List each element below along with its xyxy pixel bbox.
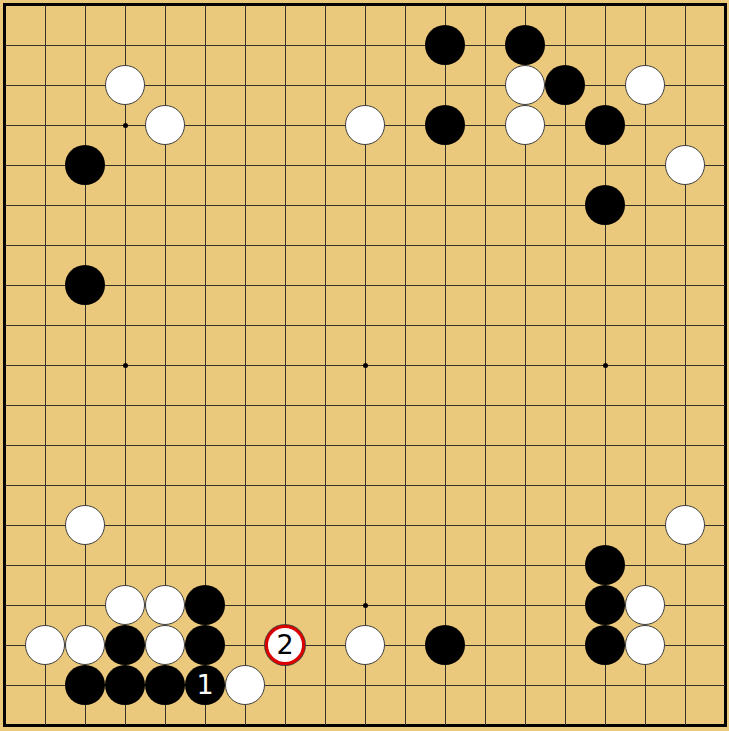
black-stone <box>145 665 185 705</box>
black-stone <box>585 185 625 225</box>
white-stone <box>505 65 545 105</box>
black-stone <box>545 65 585 105</box>
white-stone <box>145 585 185 625</box>
black-stone <box>65 145 105 185</box>
white-stone <box>345 105 385 145</box>
black-stone <box>185 585 225 625</box>
move-number-label: 1 <box>196 671 213 698</box>
white-stone <box>225 665 265 705</box>
black-stone <box>105 625 145 665</box>
star-point <box>603 363 608 368</box>
white-stone <box>625 585 665 625</box>
black-stone <box>585 625 625 665</box>
white-stone <box>105 65 145 105</box>
go-board: 21 <box>0 0 729 731</box>
black-stone <box>425 25 465 65</box>
move-1-black-stone: 1 <box>185 665 225 705</box>
move-2-white-stone: 2 <box>265 625 305 665</box>
white-stone <box>625 625 665 665</box>
black-stone <box>505 25 545 65</box>
black-stone <box>585 585 625 625</box>
star-point <box>123 363 128 368</box>
black-stone <box>425 625 465 665</box>
star-point <box>363 363 368 368</box>
board-grid[interactable]: 21 <box>0 0 729 731</box>
black-stone <box>105 665 145 705</box>
move-number-label: 2 <box>276 631 293 658</box>
white-stone <box>665 145 705 185</box>
white-stone <box>25 625 65 665</box>
black-stone <box>585 105 625 145</box>
star-point <box>363 603 368 608</box>
star-point <box>123 123 128 128</box>
black-stone <box>585 545 625 585</box>
white-stone <box>105 585 145 625</box>
white-stone <box>65 625 105 665</box>
white-stone <box>665 505 705 545</box>
black-stone <box>65 265 105 305</box>
black-stone <box>425 105 465 145</box>
white-stone <box>65 505 105 545</box>
white-stone <box>625 65 665 105</box>
white-stone <box>145 625 185 665</box>
black-stone <box>65 665 105 705</box>
white-stone <box>345 625 385 665</box>
black-stone <box>185 625 225 665</box>
white-stone <box>145 105 185 145</box>
white-stone <box>505 105 545 145</box>
